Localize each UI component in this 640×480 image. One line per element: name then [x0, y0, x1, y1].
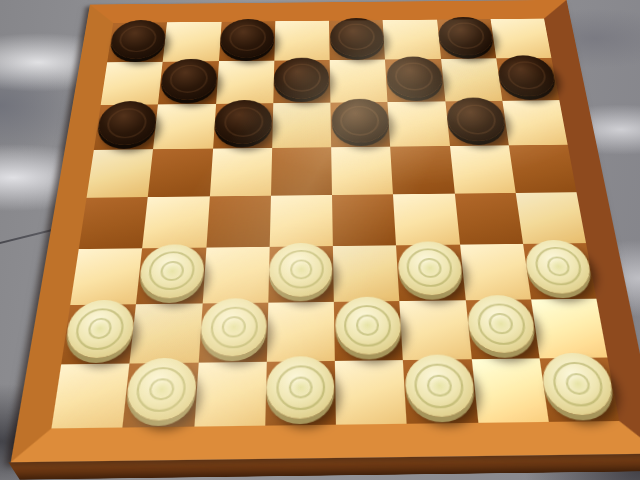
dark-square-19[interactable] — [332, 194, 396, 246]
dark-square-9[interactable] — [94, 104, 158, 150]
dark-square-22[interactable] — [268, 246, 334, 302]
scene-background — [0, 0, 640, 480]
dark-square-1[interactable] — [107, 22, 167, 62]
light-piece-square-29[interactable] — [124, 358, 198, 421]
light-square-r7c4 — [335, 360, 407, 425]
light-square-r6c1 — [130, 303, 202, 363]
light-piece-square-26[interactable] — [199, 298, 267, 357]
dark-piece-square-8[interactable] — [496, 55, 558, 96]
dark-square-14[interactable] — [271, 147, 332, 196]
dark-square-6[interactable] — [273, 60, 330, 103]
dark-square-12[interactable] — [445, 100, 509, 145]
dark-square-25[interactable] — [61, 304, 136, 364]
light-square-r7c6 — [471, 358, 548, 423]
dark-square-10[interactable] — [213, 103, 273, 149]
dark-square-18[interactable] — [206, 196, 271, 248]
light-piece-square-25[interactable] — [63, 300, 136, 359]
board-grid — [51, 19, 619, 429]
light-square-r5c4 — [333, 246, 400, 302]
light-square-r3c6 — [449, 145, 515, 193]
dark-square-26[interactable] — [198, 302, 268, 362]
light-square-r1c6 — [441, 59, 502, 102]
light-square-r2c3 — [272, 102, 331, 147]
dark-piece-square-12[interactable] — [445, 97, 507, 141]
light-square-r4c5 — [393, 194, 459, 246]
dark-piece-square-7[interactable] — [386, 56, 444, 97]
dark-piece-square-11[interactable] — [331, 99, 390, 143]
dark-square-4[interactable] — [437, 19, 496, 59]
dark-square-15[interactable] — [390, 146, 454, 195]
light-piece-square-27[interactable] — [334, 297, 402, 356]
light-square-r5c6 — [460, 244, 531, 300]
light-square-r0c5 — [383, 20, 441, 60]
light-square-r4c3 — [269, 195, 332, 247]
light-square-r0c1 — [163, 22, 221, 62]
dark-square-16[interactable] — [509, 145, 577, 193]
dark-square-17[interactable] — [79, 197, 148, 249]
dark-square-31[interactable] — [403, 359, 478, 424]
dark-square-5[interactable] — [158, 61, 218, 104]
dark-square-2[interactable] — [219, 21, 276, 61]
light-square-r5c0 — [70, 249, 142, 305]
dark-piece-square-1[interactable] — [108, 20, 167, 59]
board-play-area — [51, 19, 619, 429]
dark-square-8[interactable] — [496, 58, 559, 100]
dark-piece-square-6[interactable] — [274, 57, 330, 99]
light-piece-square-31[interactable] — [404, 355, 477, 418]
light-piece-square-21[interactable] — [138, 244, 206, 299]
light-square-r1c4 — [330, 60, 388, 103]
light-square-r2c5 — [388, 101, 450, 146]
dark-square-7[interactable] — [385, 59, 445, 102]
light-piece-square-32[interactable] — [539, 353, 617, 416]
light-square-r3c0 — [87, 149, 154, 198]
light-square-r0c3 — [274, 21, 330, 61]
light-square-r0c7 — [490, 19, 551, 59]
dark-square-11[interactable] — [330, 102, 390, 147]
light-square-r3c2 — [209, 148, 272, 197]
light-square-r5c2 — [202, 247, 269, 303]
light-square-r2c7 — [502, 100, 567, 145]
dark-square-13[interactable] — [148, 148, 213, 197]
dark-piece-square-2[interactable] — [219, 19, 274, 58]
light-piece-square-23[interactable] — [397, 241, 464, 295]
dark-square-30[interactable] — [265, 361, 336, 426]
light-piece-square-24[interactable] — [523, 240, 595, 294]
dark-square-24[interactable] — [523, 243, 596, 299]
checkers-board — [11, 0, 640, 462]
dark-square-27[interactable] — [334, 301, 403, 361]
dark-square-23[interactable] — [396, 245, 465, 301]
light-square-r4c7 — [515, 192, 586, 244]
light-square-r6c7 — [531, 298, 608, 358]
dark-piece-square-9[interactable] — [95, 101, 158, 145]
light-square-r1c2 — [216, 61, 274, 104]
dark-square-20[interactable] — [454, 193, 522, 245]
screenshot-canvas — [0, 0, 640, 480]
light-square-r6c3 — [267, 301, 335, 361]
light-piece-square-22[interactable] — [269, 243, 333, 297]
light-square-r7c0 — [51, 363, 129, 428]
light-piece-square-28[interactable] — [465, 295, 537, 353]
light-square-r3c4 — [331, 146, 393, 195]
light-square-r1c0 — [101, 62, 163, 105]
light-square-r4c1 — [142, 196, 209, 248]
dark-piece-square-4[interactable] — [437, 16, 495, 55]
dark-square-28[interactable] — [465, 299, 539, 359]
board-frame — [11, 0, 640, 462]
dark-square-29[interactable] — [123, 362, 199, 427]
dark-square-3[interactable] — [329, 20, 385, 60]
light-square-r6c5 — [400, 300, 472, 360]
dark-piece-square-3[interactable] — [329, 17, 384, 56]
dark-piece-square-5[interactable] — [159, 58, 218, 100]
dark-square-21[interactable] — [136, 248, 206, 304]
dark-piece-square-10[interactable] — [214, 100, 273, 144]
dark-square-32[interactable] — [539, 357, 619, 422]
light-square-r7c2 — [194, 362, 267, 427]
light-square-r2c1 — [153, 103, 215, 149]
light-piece-square-30[interactable] — [266, 356, 335, 419]
